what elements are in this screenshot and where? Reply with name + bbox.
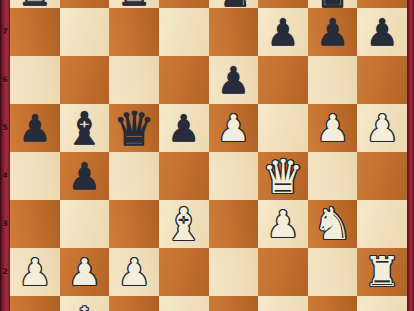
square-b6[interactable] <box>60 56 110 104</box>
square-e2[interactable] <box>209 248 259 296</box>
white-knight-g3[interactable]: ♞ <box>308 200 358 248</box>
black-pawn-a5[interactable]: ♟ <box>10 104 60 152</box>
square-b3[interactable] <box>60 200 110 248</box>
black-rook-c8[interactable]: ♜ <box>109 0 159 15</box>
square-d1[interactable] <box>159 296 209 311</box>
black-bishop-b5[interactable]: ♝ <box>60 104 110 152</box>
black-queen-c5[interactable]: ♛ <box>109 104 159 152</box>
board-border-left <box>0 0 10 311</box>
square-a3[interactable] <box>10 200 60 248</box>
square-d6[interactable] <box>159 56 209 104</box>
square-f5[interactable] <box>258 104 308 152</box>
black-pawn-g7[interactable]: ♟ <box>308 8 358 56</box>
board-border-right <box>407 0 414 311</box>
white-pawn-a2[interactable]: ♟ <box>10 248 60 296</box>
white-queen-f4[interactable]: ♛ <box>258 152 308 200</box>
square-f1[interactable] <box>258 296 308 311</box>
white-pawn-h5[interactable]: ♟ <box>357 104 407 152</box>
rank-label-6: 6 <box>0 76 10 84</box>
square-c1[interactable] <box>109 296 159 311</box>
rank-label-2: 2 <box>0 268 10 276</box>
square-h8[interactable] <box>357 0 407 8</box>
square-h6[interactable] <box>357 56 407 104</box>
square-h1[interactable] <box>357 296 407 311</box>
square-h3[interactable] <box>357 200 407 248</box>
square-f2[interactable] <box>258 248 308 296</box>
square-e3[interactable] <box>209 200 259 248</box>
square-d8[interactable] <box>159 0 209 8</box>
square-g6[interactable] <box>308 56 358 104</box>
white-bishop-d3[interactable]: ♝ <box>159 200 209 248</box>
rank-label-3: 3 <box>0 220 10 228</box>
square-a4[interactable] <box>10 152 60 200</box>
square-b8[interactable] <box>60 0 110 8</box>
black-pawn-d5[interactable]: ♟ <box>159 104 209 152</box>
chess-board: ♜♜♞♚♟♟♟♟♟♝♛♟♟♟♟♟♛♝♟♞♟♟♟♜♚ <box>10 0 407 311</box>
square-d7[interactable] <box>159 8 209 56</box>
square-c4[interactable] <box>109 152 159 200</box>
white-pawn-b2[interactable]: ♟ <box>60 248 110 296</box>
square-e1[interactable] <box>209 296 259 311</box>
rank-label-7: 7 <box>0 28 10 36</box>
square-a1[interactable] <box>10 296 60 311</box>
white-pawn-e5[interactable]: ♟ <box>209 104 259 152</box>
chess-diagram: ♜♜♞♚♟♟♟♟♟♝♛♟♟♟♟♟♛♝♟♞♟♟♟♜♚ 765432 <box>0 0 414 311</box>
black-pawn-b4[interactable]: ♟ <box>60 152 110 200</box>
white-pawn-f3[interactable]: ♟ <box>258 200 308 248</box>
black-pawn-f7[interactable]: ♟ <box>258 8 308 56</box>
square-h4[interactable] <box>357 152 407 200</box>
square-a6[interactable] <box>10 56 60 104</box>
square-c3[interactable] <box>109 200 159 248</box>
square-f8[interactable] <box>258 0 308 8</box>
white-rook-h2[interactable]: ♜ <box>357 248 407 296</box>
black-pawn-h7[interactable]: ♟ <box>357 8 407 56</box>
square-d4[interactable] <box>159 152 209 200</box>
black-rook-a8[interactable]: ♜ <box>10 0 60 15</box>
white-pawn-c2[interactable]: ♟ <box>109 248 159 296</box>
square-c6[interactable] <box>109 56 159 104</box>
white-king-b1[interactable]: ♚ <box>60 300 110 311</box>
square-c7[interactable] <box>109 8 159 56</box>
square-f6[interactable] <box>258 56 308 104</box>
black-knight-e8[interactable]: ♞ <box>209 0 259 15</box>
square-a7[interactable] <box>10 8 60 56</box>
rank-label-4: 4 <box>0 172 10 180</box>
square-d2[interactable] <box>159 248 209 296</box>
rank-label-5: 5 <box>0 124 10 132</box>
square-g2[interactable] <box>308 248 358 296</box>
square-b7[interactable] <box>60 8 110 56</box>
black-pawn-e6[interactable]: ♟ <box>209 56 259 104</box>
white-pawn-g5[interactable]: ♟ <box>308 104 358 152</box>
square-g4[interactable] <box>308 152 358 200</box>
square-g1[interactable] <box>308 296 358 311</box>
square-e4[interactable] <box>209 152 259 200</box>
